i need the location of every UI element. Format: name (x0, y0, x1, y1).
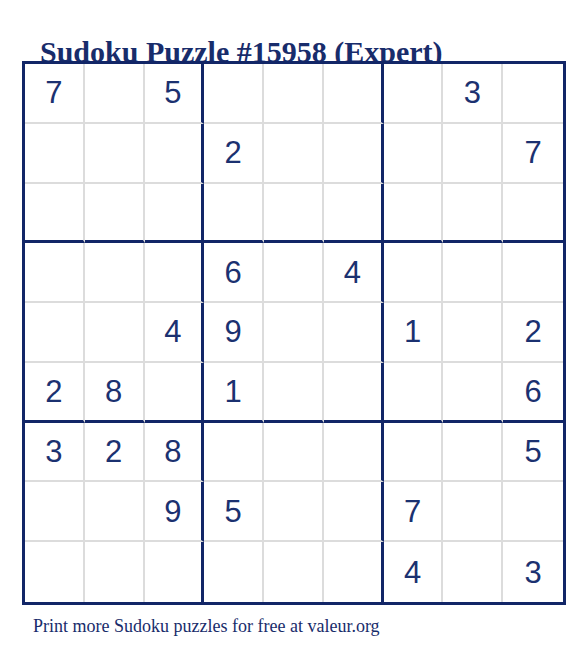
cell-r2c8[interactable] (443, 124, 503, 184)
cell-r8c4: 5 (204, 482, 264, 542)
cell-r7c3: 8 (145, 423, 205, 483)
cell-r3c9[interactable] (503, 184, 563, 244)
cell-r1c2[interactable] (85, 64, 145, 124)
cell-r3c8[interactable] (443, 184, 503, 244)
cell-r6c6[interactable] (324, 363, 384, 423)
cell-r7c2: 2 (85, 423, 145, 483)
cell-r6c7[interactable] (384, 363, 444, 423)
cell-r6c1: 2 (25, 363, 85, 423)
cell-r5c5[interactable] (264, 303, 324, 363)
page: { "game": "sudoku", "title": "Sudoku Puz… (0, 0, 580, 651)
cell-r5c8[interactable] (443, 303, 503, 363)
cell-r3c6[interactable] (324, 184, 384, 244)
cell-r4c4: 6 (204, 243, 264, 303)
cell-r1c5[interactable] (264, 64, 324, 124)
cell-r9c8[interactable] (443, 542, 503, 602)
cell-r8c5[interactable] (264, 482, 324, 542)
cell-r9c1[interactable] (25, 542, 85, 602)
cell-r1c8: 3 (443, 64, 503, 124)
cell-r9c9: 3 (503, 542, 563, 602)
cell-r1c3: 5 (145, 64, 205, 124)
cell-r6c4: 1 (204, 363, 264, 423)
cell-r9c4[interactable] (204, 542, 264, 602)
cell-r7c1: 3 (25, 423, 85, 483)
cell-r3c3[interactable] (145, 184, 205, 244)
cell-r8c6[interactable] (324, 482, 384, 542)
cell-r2c5[interactable] (264, 124, 324, 184)
cell-r3c1[interactable] (25, 184, 85, 244)
cell-r7c6[interactable] (324, 423, 384, 483)
cell-r1c7[interactable] (384, 64, 444, 124)
cell-r6c5[interactable] (264, 363, 324, 423)
cell-r9c2[interactable] (85, 542, 145, 602)
cell-r7c9: 5 (503, 423, 563, 483)
cell-r7c8[interactable] (443, 423, 503, 483)
cell-r5c3: 4 (145, 303, 205, 363)
cell-r8c3: 9 (145, 482, 205, 542)
cell-r4c3[interactable] (145, 243, 205, 303)
cell-r4c5[interactable] (264, 243, 324, 303)
cell-r2c2[interactable] (85, 124, 145, 184)
cell-r5c4: 9 (204, 303, 264, 363)
cell-r6c2: 8 (85, 363, 145, 423)
cell-r2c4: 2 (204, 124, 264, 184)
cell-r9c5[interactable] (264, 542, 324, 602)
cell-r6c3[interactable] (145, 363, 205, 423)
cell-r4c6: 4 (324, 243, 384, 303)
cell-r4c7[interactable] (384, 243, 444, 303)
cell-r5c2[interactable] (85, 303, 145, 363)
cell-r9c6[interactable] (324, 542, 384, 602)
cell-r2c3[interactable] (145, 124, 205, 184)
cell-r2c7[interactable] (384, 124, 444, 184)
cell-r8c1[interactable] (25, 482, 85, 542)
cell-r6c8[interactable] (443, 363, 503, 423)
cell-r5c1[interactable] (25, 303, 85, 363)
cell-r5c7: 1 (384, 303, 444, 363)
cell-r4c1[interactable] (25, 243, 85, 303)
footer-note: Print more Sudoku puzzles for free at va… (33, 616, 380, 638)
cell-r1c1: 7 (25, 64, 85, 124)
cell-r5c9: 2 (503, 303, 563, 363)
cell-r2c6[interactable] (324, 124, 384, 184)
cell-r7c4[interactable] (204, 423, 264, 483)
cell-r8c9[interactable] (503, 482, 563, 542)
cell-r8c2[interactable] (85, 482, 145, 542)
cell-r4c8[interactable] (443, 243, 503, 303)
cell-r2c9: 7 (503, 124, 563, 184)
cell-r3c2[interactable] (85, 184, 145, 244)
sudoku-grid: 753276449122816328595743 (22, 61, 566, 605)
cell-r3c5[interactable] (264, 184, 324, 244)
cell-r1c9[interactable] (503, 64, 563, 124)
cell-r8c7: 7 (384, 482, 444, 542)
cell-r4c2[interactable] (85, 243, 145, 303)
cell-r7c5[interactable] (264, 423, 324, 483)
cell-r3c7[interactable] (384, 184, 444, 244)
cell-r1c6[interactable] (324, 64, 384, 124)
cell-r9c7: 4 (384, 542, 444, 602)
cell-r5c6[interactable] (324, 303, 384, 363)
cell-r3c4[interactable] (204, 184, 264, 244)
cell-r1c4[interactable] (204, 64, 264, 124)
cell-r2c1[interactable] (25, 124, 85, 184)
cell-r7c7[interactable] (384, 423, 444, 483)
cell-r6c9: 6 (503, 363, 563, 423)
cell-r4c9[interactable] (503, 243, 563, 303)
cell-r9c3[interactable] (145, 542, 205, 602)
cell-r8c8[interactable] (443, 482, 503, 542)
